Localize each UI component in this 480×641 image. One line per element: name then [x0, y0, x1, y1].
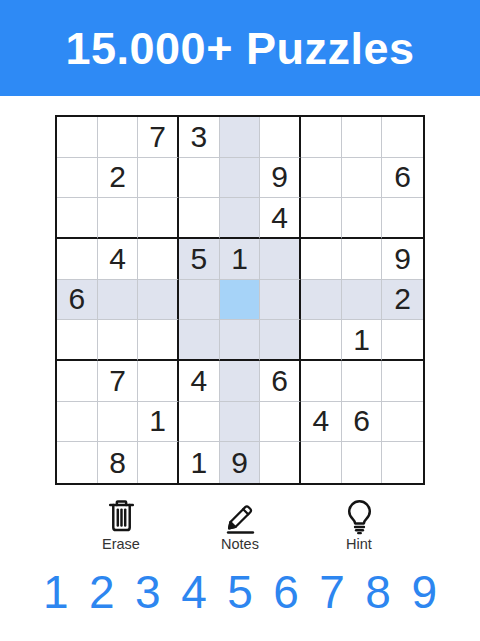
cell-r7c5[interactable]	[220, 361, 261, 402]
cell-r2c3[interactable]	[138, 158, 179, 199]
cell-r8c1[interactable]	[57, 402, 98, 443]
cell-r2c1[interactable]	[57, 158, 98, 199]
cell-r9c6[interactable]	[260, 442, 301, 483]
numpad-4[interactable]: 4	[181, 569, 207, 615]
cell-r5c8[interactable]	[342, 280, 383, 321]
cell-r3c3[interactable]	[138, 198, 179, 239]
cell-r6c9[interactable]	[382, 320, 423, 361]
cell-r8c8[interactable]: 6	[342, 402, 383, 443]
cell-r3c6[interactable]: 4	[260, 198, 301, 239]
numpad-1[interactable]: 1	[43, 569, 69, 615]
cell-r7c4[interactable]: 4	[179, 361, 220, 402]
numpad-8[interactable]: 8	[365, 569, 391, 615]
cell-r9c3[interactable]	[138, 442, 179, 483]
cell-r6c6[interactable]	[260, 320, 301, 361]
cell-r9c4[interactable]: 1	[179, 442, 220, 483]
cell-r4c2[interactable]: 4	[98, 239, 139, 280]
cell-r3c7[interactable]	[301, 198, 342, 239]
cell-r1c2[interactable]	[98, 117, 139, 158]
lightbulb-icon	[341, 498, 378, 535]
erase-label: Erase	[102, 536, 140, 552]
erase-button[interactable]: Erase	[85, 498, 157, 552]
cell-r5c2[interactable]	[98, 280, 139, 321]
hint-label: Hint	[346, 536, 372, 552]
cell-r4c3[interactable]	[138, 239, 179, 280]
numpad-7[interactable]: 7	[319, 569, 345, 615]
cell-r4c5[interactable]: 1	[220, 239, 261, 280]
cell-r6c2[interactable]	[98, 320, 139, 361]
cell-r3c1[interactable]	[57, 198, 98, 239]
cell-r9c1[interactable]	[57, 442, 98, 483]
cell-r7c3[interactable]	[138, 361, 179, 402]
cell-r2c5[interactable]	[220, 158, 261, 199]
cell-r3c4[interactable]	[179, 198, 220, 239]
cell-r5c4[interactable]	[179, 280, 220, 321]
cell-r4c8[interactable]	[342, 239, 383, 280]
cell-r2c7[interactable]	[301, 158, 342, 199]
cell-r4c4[interactable]: 5	[179, 239, 220, 280]
cell-r4c1[interactable]	[57, 239, 98, 280]
cell-r1c5[interactable]	[220, 117, 261, 158]
cell-r3c8[interactable]	[342, 198, 383, 239]
cell-r1c7[interactable]	[301, 117, 342, 158]
cell-r2c4[interactable]	[179, 158, 220, 199]
cell-r4c7[interactable]	[301, 239, 342, 280]
cell-r4c9[interactable]: 9	[382, 239, 423, 280]
cell-r5c1[interactable]: 6	[57, 280, 98, 321]
cell-r9c5[interactable]: 9	[220, 442, 261, 483]
header-banner: 15.000+ Puzzles	[0, 0, 480, 96]
cell-r7c7[interactable]	[301, 361, 342, 402]
cell-r4c6[interactable]	[260, 239, 301, 280]
cell-r1c3[interactable]: 7	[138, 117, 179, 158]
numpad-5[interactable]: 5	[227, 569, 253, 615]
trash-icon	[103, 498, 140, 535]
cell-r5c7[interactable]	[301, 280, 342, 321]
cell-r6c3[interactable]	[138, 320, 179, 361]
cell-r8c7[interactable]: 4	[301, 402, 342, 443]
cell-r7c1[interactable]	[57, 361, 98, 402]
hint-button[interactable]: Hint	[323, 498, 395, 552]
cell-r2c2[interactable]: 2	[98, 158, 139, 199]
cell-r1c1[interactable]	[57, 117, 98, 158]
cell-r6c7[interactable]	[301, 320, 342, 361]
cell-r7c6[interactable]: 6	[260, 361, 301, 402]
cell-r3c5[interactable]	[220, 198, 261, 239]
cell-r1c6[interactable]	[260, 117, 301, 158]
cell-r9c9[interactable]	[382, 442, 423, 483]
numpad-2[interactable]: 2	[89, 569, 115, 615]
cell-r9c2[interactable]: 8	[98, 442, 139, 483]
notes-label: Notes	[221, 536, 259, 552]
toolbar: Erase Notes Hint	[0, 498, 480, 552]
pencil-icon	[222, 498, 259, 535]
cell-r8c4[interactable]	[179, 402, 220, 443]
cell-r5c6[interactable]	[260, 280, 301, 321]
cell-r7c9[interactable]	[382, 361, 423, 402]
cell-r2c6[interactable]: 9	[260, 158, 301, 199]
cell-r2c8[interactable]	[342, 158, 383, 199]
cell-r9c8[interactable]	[342, 442, 383, 483]
cell-r9c7[interactable]	[301, 442, 342, 483]
notes-button[interactable]: Notes	[204, 498, 276, 552]
cell-r1c8[interactable]	[342, 117, 383, 158]
cell-r8c5[interactable]	[220, 402, 261, 443]
cell-r1c4[interactable]: 3	[179, 117, 220, 158]
cell-r6c4[interactable]	[179, 320, 220, 361]
cell-r2c9[interactable]: 6	[382, 158, 423, 199]
numpad-3[interactable]: 3	[135, 569, 161, 615]
cell-r6c8[interactable]: 1	[342, 320, 383, 361]
cell-r7c8[interactable]	[342, 361, 383, 402]
cell-r5c9[interactable]: 2	[382, 280, 423, 321]
cell-r8c3[interactable]: 1	[138, 402, 179, 443]
cell-r8c2[interactable]	[98, 402, 139, 443]
numpad-6[interactable]: 6	[273, 569, 299, 615]
cell-r3c2[interactable]	[98, 198, 139, 239]
cell-r6c1[interactable]	[57, 320, 98, 361]
cell-r8c9[interactable]	[382, 402, 423, 443]
sudoku-board: 7329644519621746146819	[55, 115, 425, 485]
page-title: 15.000+ Puzzles	[66, 26, 415, 71]
numpad: 123456789	[0, 569, 480, 615]
cell-r5c3[interactable]	[138, 280, 179, 321]
cell-r5c5[interactable]	[220, 280, 261, 321]
cell-r8c6[interactable]	[260, 402, 301, 443]
cell-r1c9[interactable]	[382, 117, 423, 158]
cell-r6c5[interactable]	[220, 320, 261, 361]
numpad-9[interactable]: 9	[411, 569, 437, 615]
cell-r7c2[interactable]: 7	[98, 361, 139, 402]
cell-r3c9[interactable]	[382, 198, 423, 239]
